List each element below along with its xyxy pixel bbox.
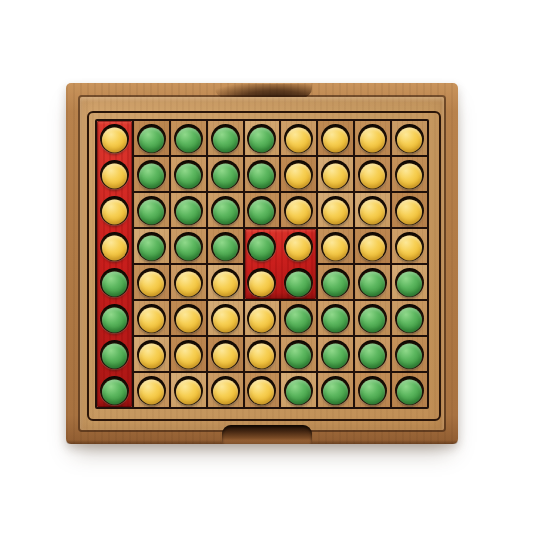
- peg-hole: [174, 196, 203, 225]
- peg-hole: [395, 268, 424, 297]
- peg-hole: [358, 196, 387, 225]
- peg-yellow[interactable]: [139, 343, 164, 368]
- peg-green[interactable]: [323, 379, 348, 404]
- peg-yellow[interactable]: [213, 379, 238, 404]
- peg-green[interactable]: [176, 163, 201, 188]
- peg-hole: [137, 160, 166, 189]
- cell-r7c4: [208, 337, 243, 371]
- peg-hole: [247, 196, 276, 225]
- cell-r3c2: [134, 193, 169, 227]
- cell-r8c5: [245, 373, 280, 407]
- game-board: [80, 97, 444, 430]
- cell-r7c8: [355, 337, 390, 371]
- cell-r6c7: [318, 301, 353, 335]
- peg-hole: [358, 304, 387, 333]
- cell-r3c4: [208, 193, 243, 227]
- peg-hole: [321, 124, 350, 153]
- peg-green[interactable]: [360, 343, 385, 368]
- cell-r7c7: [318, 337, 353, 371]
- cell-r6c9: [392, 301, 427, 335]
- cell-r7c9: [392, 337, 427, 371]
- peg-hole: [100, 376, 129, 405]
- product-photo-scene: [0, 0, 533, 533]
- peg-hole: [211, 232, 240, 261]
- cell-r5c9: [392, 265, 427, 299]
- peg-hole: [174, 304, 203, 333]
- peg-green[interactable]: [176, 199, 201, 224]
- cell-r8c2: [134, 373, 169, 407]
- peg-green[interactable]: [323, 307, 348, 332]
- cell-r2c3: [171, 157, 206, 191]
- peg-green[interactable]: [249, 235, 274, 260]
- peg-hole: [395, 232, 424, 261]
- cell-r6c6: [281, 301, 316, 335]
- board-grid: [95, 119, 429, 409]
- peg-yellow[interactable]: [286, 199, 311, 224]
- peg-green[interactable]: [139, 163, 164, 188]
- peg-yellow[interactable]: [102, 235, 127, 260]
- peg-hole: [284, 160, 313, 189]
- top-finger-notch: [215, 84, 312, 98]
- cell-r2c7: [318, 157, 353, 191]
- peg-hole: [100, 160, 129, 189]
- cell-r4c3: [171, 229, 206, 263]
- peg-hole: [100, 232, 129, 261]
- peg-yellow[interactable]: [139, 379, 164, 404]
- peg-green[interactable]: [213, 235, 238, 260]
- peg-hole: [247, 160, 276, 189]
- peg-hole: [247, 268, 276, 297]
- cell-r8c3: [171, 373, 206, 407]
- peg-green[interactable]: [139, 235, 164, 260]
- peg-hole: [284, 124, 313, 153]
- cell-r1c5: [245, 121, 280, 155]
- peg-yellow[interactable]: [249, 271, 274, 296]
- cell-r5c2: [134, 265, 169, 299]
- peg-green[interactable]: [102, 307, 127, 332]
- cell-r4c4: [208, 229, 243, 263]
- peg-green[interactable]: [286, 343, 311, 368]
- peg-yellow[interactable]: [176, 271, 201, 296]
- peg-yellow[interactable]: [176, 343, 201, 368]
- peg-hole: [211, 160, 240, 189]
- peg-green[interactable]: [139, 127, 164, 152]
- peg-hole: [321, 304, 350, 333]
- cell-r2c6: [281, 157, 316, 191]
- peg-green[interactable]: [323, 343, 348, 368]
- peg-hole: [137, 304, 166, 333]
- peg-green[interactable]: [286, 271, 311, 296]
- peg-green[interactable]: [323, 271, 348, 296]
- peg-green[interactable]: [176, 127, 201, 152]
- peg-yellow[interactable]: [323, 235, 348, 260]
- peg-green[interactable]: [397, 271, 422, 296]
- cell-r2c9: [392, 157, 427, 191]
- cell-r2c4: [208, 157, 243, 191]
- peg-green[interactable]: [249, 127, 274, 152]
- peg-yellow[interactable]: [213, 343, 238, 368]
- peg-hole: [395, 304, 424, 333]
- peg-hole: [247, 376, 276, 405]
- cell-r2c5: [245, 157, 280, 191]
- peg-hole: [211, 376, 240, 405]
- peg-hole: [395, 124, 424, 153]
- peg-hole: [100, 304, 129, 333]
- peg-hole: [137, 268, 166, 297]
- peg-yellow[interactable]: [397, 235, 422, 260]
- cell-r4c8: [355, 229, 390, 263]
- peg-yellow[interactable]: [286, 235, 311, 260]
- cell-r1c6: [281, 121, 316, 155]
- peg-green[interactable]: [102, 271, 127, 296]
- peg-yellow[interactable]: [213, 307, 238, 332]
- peg-green[interactable]: [397, 379, 422, 404]
- peg-hole: [395, 160, 424, 189]
- peg-yellow[interactable]: [139, 271, 164, 296]
- peg-green[interactable]: [139, 199, 164, 224]
- peg-yellow[interactable]: [286, 127, 311, 152]
- cell-r6c8: [355, 301, 390, 335]
- peg-green[interactable]: [286, 379, 311, 404]
- peg-hole: [247, 304, 276, 333]
- peg-hole: [395, 196, 424, 225]
- peg-hole: [247, 124, 276, 153]
- cell-r7c5: [245, 337, 280, 371]
- peg-yellow[interactable]: [323, 127, 348, 152]
- peg-yellow[interactable]: [360, 127, 385, 152]
- peg-green[interactable]: [397, 307, 422, 332]
- cell-r3c7: [318, 193, 353, 227]
- peg-yellow[interactable]: [213, 271, 238, 296]
- peg-hole: [174, 268, 203, 297]
- peg-yellow[interactable]: [249, 379, 274, 404]
- cell-r3c8: [355, 193, 390, 227]
- cell-r7c6: [281, 337, 316, 371]
- peg-yellow[interactable]: [176, 379, 201, 404]
- peg-yellow[interactable]: [360, 199, 385, 224]
- peg-green[interactable]: [213, 163, 238, 188]
- peg-yellow[interactable]: [249, 307, 274, 332]
- cell-r1c3: [171, 121, 206, 155]
- peg-green[interactable]: [102, 379, 127, 404]
- peg-yellow[interactable]: [360, 163, 385, 188]
- cell-r5c3: [171, 265, 206, 299]
- peg-hole: [137, 376, 166, 405]
- peg-hole: [321, 340, 350, 369]
- peg-yellow[interactable]: [102, 199, 127, 224]
- peg-hole: [137, 232, 166, 261]
- cell-r4c9: [392, 229, 427, 263]
- peg-yellow[interactable]: [249, 343, 274, 368]
- peg-hole: [284, 340, 313, 369]
- peg-yellow[interactable]: [360, 235, 385, 260]
- peg-green[interactable]: [213, 199, 238, 224]
- cell-r5c8: [355, 265, 390, 299]
- cell-r5c7: [318, 265, 353, 299]
- peg-hole: [358, 268, 387, 297]
- peg-hole: [137, 196, 166, 225]
- peg-yellow[interactable]: [323, 163, 348, 188]
- peg-hole: [174, 160, 203, 189]
- cell-r8c9: [392, 373, 427, 407]
- cell-r3c9: [392, 193, 427, 227]
- peg-hole: [174, 376, 203, 405]
- cell-r5c4: [208, 265, 243, 299]
- peg-yellow[interactable]: [397, 199, 422, 224]
- peg-hole: [358, 376, 387, 405]
- cell-r8c8: [355, 373, 390, 407]
- peg-hole: [137, 124, 166, 153]
- cell-r6c5: [245, 301, 280, 335]
- peg-hole: [174, 232, 203, 261]
- peg-hole: [100, 196, 129, 225]
- peg-hole: [211, 124, 240, 153]
- peg-hole: [284, 196, 313, 225]
- peg-green[interactable]: [249, 163, 274, 188]
- peg-green[interactable]: [360, 271, 385, 296]
- cell-r1c4: [208, 121, 243, 155]
- peg-yellow[interactable]: [397, 127, 422, 152]
- cell-r8c4: [208, 373, 243, 407]
- peg-green[interactable]: [213, 127, 238, 152]
- cell-r3c6: [281, 193, 316, 227]
- peg-hole: [247, 232, 276, 261]
- peg-green[interactable]: [102, 343, 127, 368]
- peg-hole: [284, 304, 313, 333]
- cell-r6c3: [171, 301, 206, 335]
- peg-hole: [284, 232, 313, 261]
- cell-r8c7: [318, 373, 353, 407]
- peg-hole: [358, 160, 387, 189]
- peg-hole: [395, 340, 424, 369]
- peg-hole: [284, 268, 313, 297]
- peg-green[interactable]: [360, 307, 385, 332]
- peg-yellow[interactable]: [286, 163, 311, 188]
- peg-yellow[interactable]: [176, 307, 201, 332]
- peg-hole: [321, 160, 350, 189]
- cell-r1c7: [318, 121, 353, 155]
- peg-yellow[interactable]: [323, 199, 348, 224]
- peg-hole: [321, 376, 350, 405]
- peg-hole: [321, 196, 350, 225]
- peg-hole: [137, 340, 166, 369]
- peg-hole: [321, 268, 350, 297]
- cell-r8c6: [281, 373, 316, 407]
- peg-hole: [211, 340, 240, 369]
- peg-green[interactable]: [249, 199, 274, 224]
- peg-green[interactable]: [360, 379, 385, 404]
- peg-hole: [358, 340, 387, 369]
- peg-hole: [284, 376, 313, 405]
- cell-r7c2: [134, 337, 169, 371]
- cell-r1c9: [392, 121, 427, 155]
- cell-r6c4: [208, 301, 243, 335]
- cell-r4c7: [318, 229, 353, 263]
- peg-hole: [321, 232, 350, 261]
- cell-r1c2: [134, 121, 169, 155]
- cell-r1c8: [355, 121, 390, 155]
- cell-r7c3: [171, 337, 206, 371]
- peg-hole: [395, 376, 424, 405]
- cell-r3c3: [171, 193, 206, 227]
- peg-hole: [100, 124, 129, 153]
- peg-hole: [211, 268, 240, 297]
- cell-r2c2: [134, 157, 169, 191]
- peg-hole: [211, 304, 240, 333]
- wooden-game-box: [66, 83, 458, 444]
- peg-hole: [100, 340, 129, 369]
- peg-yellow[interactable]: [102, 127, 127, 152]
- peg-hole: [358, 232, 387, 261]
- peg-hole: [174, 340, 203, 369]
- peg-hole: [174, 124, 203, 153]
- peg-hole: [247, 340, 276, 369]
- cell-r3c5: [245, 193, 280, 227]
- peg-yellow[interactable]: [397, 163, 422, 188]
- peg-hole: [100, 268, 129, 297]
- cell-r4c2: [134, 229, 169, 263]
- cell-r6c2: [134, 301, 169, 335]
- peg-yellow[interactable]: [139, 307, 164, 332]
- bottom-finger-notch: [222, 425, 312, 444]
- peg-green[interactable]: [176, 235, 201, 260]
- peg-hole: [211, 196, 240, 225]
- cell-r2c8: [355, 157, 390, 191]
- peg-yellow[interactable]: [102, 163, 127, 188]
- peg-hole: [358, 124, 387, 153]
- peg-green[interactable]: [286, 307, 311, 332]
- peg-green[interactable]: [397, 343, 422, 368]
